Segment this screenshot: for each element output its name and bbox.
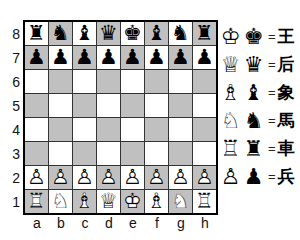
- square-a5: [25, 94, 48, 117]
- square-c6: [73, 70, 96, 93]
- square-b8: ♞: [49, 22, 72, 45]
- legend-black-queen-icon: ♛: [242, 53, 265, 76]
- rank-label-4: 4: [3, 118, 20, 142]
- square-f3: [145, 142, 168, 165]
- white-pawn-piece: ♟♙: [193, 166, 216, 189]
- legend-equals-sign: =: [268, 169, 276, 184]
- square-a1: ♜♖: [25, 190, 48, 213]
- black-king-piece-glyph: ♚: [121, 22, 144, 45]
- square-g7: ♟: [169, 46, 192, 69]
- square-d5: [97, 94, 120, 117]
- black-pawn-piece: ♟: [49, 46, 72, 69]
- legend-white-queen-icon-outline: ♕: [219, 53, 242, 76]
- square-e5: [121, 94, 144, 117]
- legend-black-knight-icon-glyph: ♞: [242, 109, 265, 132]
- legend-white-queen-icon: ♛♕: [219, 53, 242, 76]
- file-label-c: c: [73, 215, 97, 232]
- piece-legend: ♚♔♚=王♛♕♛=后♝♗♝=象♞♘♞=馬♜♖♜=車♟♙♟=兵: [219, 22, 295, 190]
- square-g8: ♞: [169, 22, 192, 45]
- legend-black-pawn-icon-glyph: ♟: [242, 165, 265, 188]
- white-knight-piece: ♞♘: [49, 190, 72, 213]
- rank-label-1: 1: [3, 190, 20, 214]
- white-bishop-piece: ♝♗: [145, 190, 168, 213]
- legend-white-bishop-icon-outline: ♗: [219, 81, 242, 104]
- legend-black-bishop-icon-glyph: ♝: [242, 81, 265, 104]
- white-rook-piece: ♜♖: [193, 190, 216, 213]
- square-a8: ♜: [25, 22, 48, 45]
- square-d7: ♟: [97, 46, 120, 69]
- white-pawn-piece-outline: ♙: [49, 166, 72, 189]
- square-a4: [25, 118, 48, 141]
- black-pawn-piece-glyph: ♟: [169, 46, 192, 69]
- black-rook-piece: ♜: [25, 22, 48, 45]
- white-king-piece-outline: ♔: [121, 190, 144, 213]
- black-pawn-piece-glyph: ♟: [49, 46, 72, 69]
- square-h8: ♜: [193, 22, 216, 45]
- file-label-b: b: [49, 215, 73, 232]
- legend-equals-sign: =: [268, 29, 276, 44]
- legend-white-king-icon-outline: ♔: [219, 25, 242, 48]
- legend-black-king-icon: ♚: [242, 25, 265, 48]
- square-f1: ♝♗: [145, 190, 168, 213]
- legend-white-knight-icon-outline: ♘: [219, 109, 242, 132]
- rank-label-5: 5: [3, 94, 20, 118]
- square-c8: ♝: [73, 22, 96, 45]
- legend-equals-sign: =: [268, 57, 276, 72]
- square-b2: ♟♙: [49, 166, 72, 189]
- square-f2: ♟♙: [145, 166, 168, 189]
- square-b5: [49, 94, 72, 117]
- legend-chinese-name-rook: 車: [278, 138, 295, 158]
- legend-black-rook-icon: ♜: [242, 137, 265, 160]
- legend-chinese-name-knight: 馬: [278, 110, 295, 130]
- square-c1: ♝♗: [73, 190, 96, 213]
- file-label-a: a: [25, 215, 49, 232]
- black-pawn-piece: ♟: [121, 46, 144, 69]
- white-pawn-piece: ♟♙: [73, 166, 96, 189]
- square-c2: ♟♙: [73, 166, 96, 189]
- black-pawn-piece: ♟: [73, 46, 96, 69]
- white-pawn-piece: ♟♙: [97, 166, 120, 189]
- rank-label-2: 2: [3, 166, 20, 190]
- square-b7: ♟: [49, 46, 72, 69]
- square-d2: ♟♙: [97, 166, 120, 189]
- black-pawn-piece-glyph: ♟: [73, 46, 96, 69]
- square-c5: [73, 94, 96, 117]
- legend-row-bishop: ♝♗♝=象: [219, 78, 295, 106]
- legend-row-queen: ♛♕♛=后: [219, 50, 295, 78]
- black-queen-piece: ♛: [97, 22, 120, 45]
- white-bishop-piece: ♝♗: [73, 190, 96, 213]
- legend-equals-sign: =: [268, 85, 276, 100]
- square-d6: [97, 70, 120, 93]
- square-c3: [73, 142, 96, 165]
- black-queen-piece-glyph: ♛: [97, 22, 120, 45]
- black-rook-piece-glyph: ♜: [25, 22, 48, 45]
- square-g4: [169, 118, 192, 141]
- legend-equals-sign: =: [268, 141, 276, 156]
- square-c4: [73, 118, 96, 141]
- legend-row-king: ♚♔♚=王: [219, 22, 295, 50]
- black-pawn-piece-glyph: ♟: [121, 46, 144, 69]
- white-pawn-piece: ♟♙: [169, 166, 192, 189]
- file-label-f: f: [145, 215, 169, 232]
- square-c7: ♟: [73, 46, 96, 69]
- black-pawn-piece-glyph: ♟: [145, 46, 168, 69]
- square-f4: [145, 118, 168, 141]
- legend-black-king-icon-glyph: ♚: [242, 25, 265, 48]
- black-bishop-piece-glyph: ♝: [73, 22, 96, 45]
- black-king-piece: ♚: [121, 22, 144, 45]
- rank-label-6: 6: [3, 70, 20, 94]
- black-pawn-piece: ♟: [145, 46, 168, 69]
- black-pawn-piece-glyph: ♟: [97, 46, 120, 69]
- square-f8: ♝: [145, 22, 168, 45]
- legend-white-king-icon: ♚♔: [219, 25, 242, 48]
- square-a6: [25, 70, 48, 93]
- white-rook-piece-outline: ♖: [25, 190, 48, 213]
- black-bishop-piece: ♝: [73, 22, 96, 45]
- rank-label-3: 3: [3, 142, 20, 166]
- black-rook-piece-glyph: ♜: [193, 22, 216, 45]
- square-a7: ♟: [25, 46, 48, 69]
- square-e4: [121, 118, 144, 141]
- square-g2: ♟♙: [169, 166, 192, 189]
- square-d4: [97, 118, 120, 141]
- legend-white-bishop-icon: ♝♗: [219, 81, 242, 104]
- legend-white-knight-icon: ♞♘: [219, 109, 242, 132]
- square-f5: [145, 94, 168, 117]
- white-queen-piece-outline: ♕: [97, 190, 120, 213]
- legend-white-pawn-icon-outline: ♙: [219, 165, 242, 188]
- square-h3: [193, 142, 216, 165]
- white-bishop-piece-outline: ♗: [145, 190, 168, 213]
- rank-label-7: 7: [3, 46, 20, 70]
- square-e3: [121, 142, 144, 165]
- white-pawn-piece-outline: ♙: [193, 166, 216, 189]
- square-h7: ♟: [193, 46, 216, 69]
- square-e7: ♟: [121, 46, 144, 69]
- legend-row-pawn: ♟♙♟=兵: [219, 162, 295, 190]
- white-knight-piece-outline: ♘: [169, 190, 192, 213]
- black-knight-piece-glyph: ♞: [49, 22, 72, 45]
- white-rook-piece: ♜♖: [25, 190, 48, 213]
- legend-black-knight-icon: ♞: [242, 109, 265, 132]
- file-label-d: d: [97, 215, 121, 232]
- square-d1: ♛♕: [97, 190, 120, 213]
- black-pawn-piece: ♟: [193, 46, 216, 69]
- square-h1: ♜♖: [193, 190, 216, 213]
- white-bishop-piece-outline: ♗: [73, 190, 96, 213]
- white-pawn-piece-outline: ♙: [145, 166, 168, 189]
- legend-chinese-name-pawn: 兵: [278, 166, 295, 186]
- white-rook-piece-outline: ♖: [193, 190, 216, 213]
- chess-board: ♜♞♝♛♚♝♞♜♟♟♟♟♟♟♟♟♟♙♟♙♟♙♟♙♟♙♟♙♟♙♟♙♜♖♞♘♝♗♛♕…: [23, 20, 218, 215]
- white-queen-piece: ♛♕: [97, 190, 120, 213]
- white-pawn-piece-outline: ♙: [169, 166, 192, 189]
- square-e1: ♚♔: [121, 190, 144, 213]
- square-d8: ♛: [97, 22, 120, 45]
- square-a3: [25, 142, 48, 165]
- white-king-piece: ♚♔: [121, 190, 144, 213]
- square-h5: [193, 94, 216, 117]
- square-e8: ♚: [121, 22, 144, 45]
- black-bishop-piece-glyph: ♝: [145, 22, 168, 45]
- legend-equals-sign: =: [268, 113, 276, 128]
- white-pawn-piece-outline: ♙: [121, 166, 144, 189]
- black-knight-piece-glyph: ♞: [169, 22, 192, 45]
- legend-black-rook-icon-glyph: ♜: [242, 137, 265, 160]
- rank-label-8: 8: [3, 22, 20, 46]
- legend-chinese-name-king: 王: [278, 26, 295, 46]
- white-pawn-piece: ♟♙: [121, 166, 144, 189]
- black-pawn-piece: ♟: [97, 46, 120, 69]
- square-h2: ♟♙: [193, 166, 216, 189]
- file-label-e: e: [121, 215, 145, 232]
- square-h4: [193, 118, 216, 141]
- square-g5: [169, 94, 192, 117]
- black-pawn-piece-glyph: ♟: [193, 46, 216, 69]
- white-pawn-piece: ♟♙: [145, 166, 168, 189]
- legend-white-pawn-icon: ♟♙: [219, 165, 242, 188]
- legend-white-rook-icon-outline: ♖: [219, 137, 242, 160]
- white-pawn-piece: ♟♙: [25, 166, 48, 189]
- square-g1: ♞♘: [169, 190, 192, 213]
- black-pawn-piece: ♟: [169, 46, 192, 69]
- square-e2: ♟♙: [121, 166, 144, 189]
- square-e6: [121, 70, 144, 93]
- legend-chinese-name-bishop: 象: [278, 82, 295, 102]
- black-knight-piece: ♞: [49, 22, 72, 45]
- black-pawn-piece: ♟: [25, 46, 48, 69]
- black-bishop-piece: ♝: [145, 22, 168, 45]
- square-g6: [169, 70, 192, 93]
- legend-chinese-name-queen: 后: [278, 54, 295, 74]
- square-f7: ♟: [145, 46, 168, 69]
- white-knight-piece-outline: ♘: [49, 190, 72, 213]
- white-pawn-piece-outline: ♙: [25, 166, 48, 189]
- square-d3: [97, 142, 120, 165]
- legend-row-rook: ♜♖♜=車: [219, 134, 295, 162]
- legend-white-rook-icon: ♜♖: [219, 137, 242, 160]
- square-b6: [49, 70, 72, 93]
- white-knight-piece: ♞♘: [169, 190, 192, 213]
- white-pawn-piece: ♟♙: [49, 166, 72, 189]
- black-rook-piece: ♜: [193, 22, 216, 45]
- white-pawn-piece-outline: ♙: [73, 166, 96, 189]
- legend-black-pawn-icon: ♟: [242, 165, 265, 188]
- file-label-h: h: [193, 215, 217, 232]
- file-labels: abcdefgh: [25, 215, 217, 232]
- square-b4: [49, 118, 72, 141]
- square-a2: ♟♙: [25, 166, 48, 189]
- rank-labels: 87654321: [3, 22, 20, 214]
- file-label-g: g: [169, 215, 193, 232]
- white-pawn-piece-outline: ♙: [97, 166, 120, 189]
- black-knight-piece: ♞: [169, 22, 192, 45]
- square-g3: [169, 142, 192, 165]
- square-b1: ♞♘: [49, 190, 72, 213]
- square-h6: [193, 70, 216, 93]
- legend-row-knight: ♞♘♞=馬: [219, 106, 295, 134]
- legend-black-bishop-icon: ♝: [242, 81, 265, 104]
- square-b3: [49, 142, 72, 165]
- legend-black-queen-icon-glyph: ♛: [242, 53, 265, 76]
- square-f6: [145, 70, 168, 93]
- black-pawn-piece-glyph: ♟: [25, 46, 48, 69]
